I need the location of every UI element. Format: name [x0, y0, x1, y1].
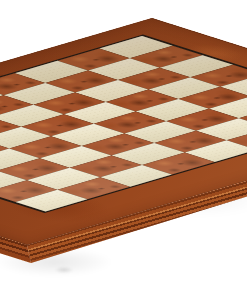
border-inlay-line — [0, 35, 247, 214]
product-photo-stage — [0, 0, 247, 296]
playing-field — [0, 36, 247, 211]
board-shadow — [52, 266, 76, 274]
